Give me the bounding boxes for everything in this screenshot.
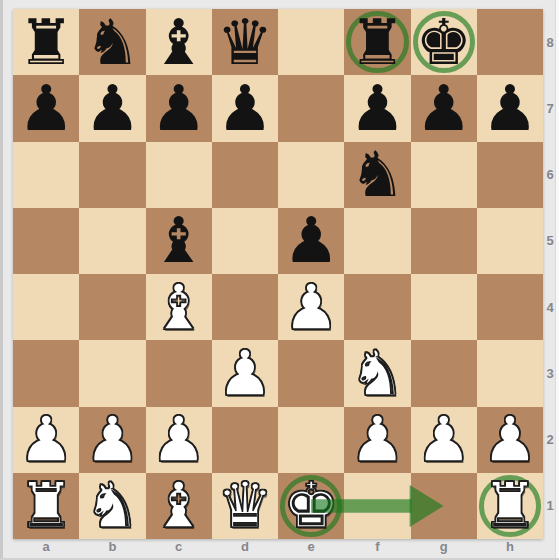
rank-label-4: 4 xyxy=(543,274,557,340)
black-rook[interactable]: ♜ xyxy=(349,11,405,74)
square-h8[interactable] xyxy=(477,9,543,75)
square-a7[interactable]: ♟ xyxy=(13,75,79,141)
square-a6[interactable] xyxy=(13,142,79,208)
square-a1[interactable]: ♜ xyxy=(13,473,79,539)
white-pawn[interactable]: ♟ xyxy=(349,408,405,471)
square-c3[interactable] xyxy=(146,340,212,406)
white-queen[interactable]: ♛ xyxy=(217,474,273,537)
white-pawn[interactable]: ♟ xyxy=(150,408,206,471)
chess-board-panel: ♜♞♝♛♜♚♟♟♟♟♟♟♟♞♝♟♝♟♟♞♟♟♟♟♟♟♜♞♝♛♚♜ xyxy=(13,9,543,539)
white-pawn[interactable]: ♟ xyxy=(283,276,339,339)
square-g4[interactable] xyxy=(411,274,477,340)
square-a4[interactable] xyxy=(13,274,79,340)
square-c7[interactable]: ♟ xyxy=(146,75,212,141)
white-pawn[interactable]: ♟ xyxy=(415,408,471,471)
square-f8[interactable]: ♜ xyxy=(344,9,410,75)
chess-board[interactable]: ♜♞♝♛♜♚♟♟♟♟♟♟♟♞♝♟♝♟♟♞♟♟♟♟♟♟♜♞♝♛♚♜ xyxy=(13,9,543,539)
square-e6[interactable] xyxy=(278,142,344,208)
square-a3[interactable] xyxy=(13,340,79,406)
square-e1[interactable]: ♚ xyxy=(278,473,344,539)
square-d6[interactable] xyxy=(212,142,278,208)
white-bishop[interactable]: ♝ xyxy=(150,276,206,339)
square-h1[interactable]: ♜ xyxy=(477,473,543,539)
square-e4[interactable]: ♟ xyxy=(278,274,344,340)
square-f6[interactable]: ♞ xyxy=(344,142,410,208)
white-king[interactable]: ♚ xyxy=(283,474,339,537)
square-c6[interactable] xyxy=(146,142,212,208)
white-rook[interactable]: ♜ xyxy=(482,474,538,537)
square-b1[interactable]: ♞ xyxy=(79,473,145,539)
square-g3[interactable] xyxy=(411,340,477,406)
square-g2[interactable]: ♟ xyxy=(411,407,477,473)
square-f7[interactable]: ♟ xyxy=(344,75,410,141)
white-pawn[interactable]: ♟ xyxy=(84,408,140,471)
square-b5[interactable] xyxy=(79,208,145,274)
black-knight[interactable]: ♞ xyxy=(349,143,405,206)
black-king[interactable]: ♚ xyxy=(415,11,471,74)
white-pawn[interactable]: ♟ xyxy=(482,408,538,471)
white-pawn[interactable]: ♟ xyxy=(18,408,74,471)
square-d2[interactable] xyxy=(212,407,278,473)
square-h5[interactable] xyxy=(477,208,543,274)
square-d5[interactable] xyxy=(212,208,278,274)
white-rook[interactable]: ♜ xyxy=(18,474,74,537)
file-label-f: f xyxy=(344,539,410,557)
square-b8[interactable]: ♞ xyxy=(79,9,145,75)
window-left-edge xyxy=(0,0,3,560)
square-b4[interactable] xyxy=(79,274,145,340)
rank-label-5: 5 xyxy=(543,208,557,274)
black-pawn[interactable]: ♟ xyxy=(349,77,405,140)
square-h4[interactable] xyxy=(477,274,543,340)
black-rook[interactable]: ♜ xyxy=(18,11,74,74)
black-pawn[interactable]: ♟ xyxy=(84,77,140,140)
black-pawn[interactable]: ♟ xyxy=(482,77,538,140)
rank-label-3: 3 xyxy=(543,340,557,406)
black-pawn[interactable]: ♟ xyxy=(150,77,206,140)
square-g8[interactable]: ♚ xyxy=(411,9,477,75)
square-g6[interactable] xyxy=(411,142,477,208)
square-h6[interactable] xyxy=(477,142,543,208)
black-knight[interactable]: ♞ xyxy=(84,11,140,74)
square-d1[interactable]: ♛ xyxy=(212,473,278,539)
square-a2[interactable]: ♟ xyxy=(13,407,79,473)
black-pawn[interactable]: ♟ xyxy=(415,77,471,140)
square-e8[interactable] xyxy=(278,9,344,75)
square-d7[interactable]: ♟ xyxy=(212,75,278,141)
square-b2[interactable]: ♟ xyxy=(79,407,145,473)
rank-label-1: 1 xyxy=(543,473,557,539)
square-d4[interactable] xyxy=(212,274,278,340)
white-knight[interactable]: ♞ xyxy=(84,474,140,537)
square-b7[interactable]: ♟ xyxy=(79,75,145,141)
square-g1[interactable] xyxy=(411,473,477,539)
square-a8[interactable]: ♜ xyxy=(13,9,79,75)
white-bishop[interactable]: ♝ xyxy=(150,474,206,537)
rank-coordinates: 87654321 xyxy=(543,9,557,539)
square-e3[interactable] xyxy=(278,340,344,406)
square-d8[interactable]: ♛ xyxy=(212,9,278,75)
black-pawn[interactable]: ♟ xyxy=(283,209,339,272)
square-c1[interactable]: ♝ xyxy=(146,473,212,539)
square-c2[interactable]: ♟ xyxy=(146,407,212,473)
black-bishop[interactable]: ♝ xyxy=(150,209,206,272)
square-c4[interactable]: ♝ xyxy=(146,274,212,340)
square-d3[interactable]: ♟ xyxy=(212,340,278,406)
square-g7[interactable]: ♟ xyxy=(411,75,477,141)
white-pawn[interactable]: ♟ xyxy=(217,342,273,405)
page: { "game": "chess", "position": { "fen": … xyxy=(0,0,559,560)
square-g5[interactable] xyxy=(411,208,477,274)
square-a5[interactable] xyxy=(13,208,79,274)
square-f1[interactable] xyxy=(344,473,410,539)
square-c8[interactable]: ♝ xyxy=(146,9,212,75)
black-pawn[interactable]: ♟ xyxy=(217,77,273,140)
black-bishop[interactable]: ♝ xyxy=(150,11,206,74)
square-e7[interactable] xyxy=(278,75,344,141)
black-pawn[interactable]: ♟ xyxy=(18,77,74,140)
square-f4[interactable] xyxy=(344,274,410,340)
square-h7[interactable]: ♟ xyxy=(477,75,543,141)
white-knight[interactable]: ♞ xyxy=(349,342,405,405)
square-b3[interactable] xyxy=(79,340,145,406)
square-e5[interactable]: ♟ xyxy=(278,208,344,274)
square-b6[interactable] xyxy=(79,142,145,208)
rank-label-2: 2 xyxy=(543,407,557,473)
square-e2[interactable] xyxy=(278,407,344,473)
square-f3[interactable]: ♞ xyxy=(344,340,410,406)
rank-label-6: 6 xyxy=(543,142,557,208)
square-h3[interactable] xyxy=(477,340,543,406)
square-h2[interactable]: ♟ xyxy=(477,407,543,473)
square-f5[interactable] xyxy=(344,208,410,274)
rank-label-7: 7 xyxy=(543,75,557,141)
square-c5[interactable]: ♝ xyxy=(146,208,212,274)
rank-label-8: 8 xyxy=(543,9,557,75)
square-f2[interactable]: ♟ xyxy=(344,407,410,473)
file-label-g: g xyxy=(411,539,477,557)
black-queen[interactable]: ♛ xyxy=(217,11,273,74)
